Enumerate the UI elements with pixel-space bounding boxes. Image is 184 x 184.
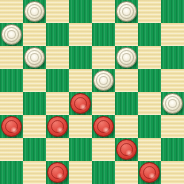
square-g2 [138,138,161,161]
square-b3 [23,115,46,138]
square-d4[interactable] [69,92,92,115]
square-b6[interactable] [23,46,46,69]
red-checker-piece[interactable] [70,93,91,114]
square-c7[interactable] [46,23,69,46]
square-c2 [46,138,69,161]
square-f3 [115,115,138,138]
square-h3 [161,115,184,138]
square-f4[interactable] [115,92,138,115]
square-a1[interactable] [0,161,23,184]
checkers-board [0,0,184,184]
square-d7 [69,23,92,46]
square-g1[interactable] [138,161,161,184]
square-b8[interactable] [23,0,46,23]
square-e8 [92,0,115,23]
white-checker-piece[interactable] [116,47,137,68]
square-f7 [115,23,138,46]
square-f1 [115,161,138,184]
square-a4 [0,92,23,115]
square-a2 [0,138,23,161]
square-g3[interactable] [138,115,161,138]
square-f2[interactable] [115,138,138,161]
square-d5 [69,69,92,92]
red-checker-piece[interactable] [47,116,68,137]
square-g4 [138,92,161,115]
square-a7[interactable] [0,23,23,46]
square-a5[interactable] [0,69,23,92]
square-f6[interactable] [115,46,138,69]
square-d2[interactable] [69,138,92,161]
square-b7 [23,23,46,46]
square-h2[interactable] [161,138,184,161]
red-checker-piece[interactable] [93,116,114,137]
square-e7[interactable] [92,23,115,46]
square-h5 [161,69,184,92]
square-b4[interactable] [23,92,46,115]
red-checker-piece[interactable] [1,116,22,137]
square-c3[interactable] [46,115,69,138]
square-d3 [69,115,92,138]
square-h6[interactable] [161,46,184,69]
square-a3[interactable] [0,115,23,138]
square-g7[interactable] [138,23,161,46]
square-e2 [92,138,115,161]
square-c5[interactable] [46,69,69,92]
square-b5 [23,69,46,92]
square-d6[interactable] [69,46,92,69]
white-checker-piece[interactable] [1,24,22,45]
square-c6 [46,46,69,69]
square-f8[interactable] [115,0,138,23]
square-a8 [0,0,23,23]
square-d1 [69,161,92,184]
square-e4 [92,92,115,115]
white-checker-piece[interactable] [93,70,114,91]
square-g8 [138,0,161,23]
white-checker-piece[interactable] [24,1,45,22]
square-h8[interactable] [161,0,184,23]
square-a6 [0,46,23,69]
square-h4[interactable] [161,92,184,115]
square-b2[interactable] [23,138,46,161]
square-g6 [138,46,161,69]
white-checker-piece[interactable] [24,47,45,68]
red-checker-piece[interactable] [116,139,137,160]
square-c8 [46,0,69,23]
square-e5[interactable] [92,69,115,92]
square-e1[interactable] [92,161,115,184]
square-b1 [23,161,46,184]
square-e6 [92,46,115,69]
square-f5 [115,69,138,92]
white-checker-piece[interactable] [116,1,137,22]
square-e3[interactable] [92,115,115,138]
square-g5[interactable] [138,69,161,92]
white-checker-piece[interactable] [162,93,183,114]
red-checker-piece[interactable] [47,162,68,183]
square-h1 [161,161,184,184]
square-h7 [161,23,184,46]
square-c4 [46,92,69,115]
red-checker-piece[interactable] [139,162,160,183]
square-d8[interactable] [69,0,92,23]
square-c1[interactable] [46,161,69,184]
